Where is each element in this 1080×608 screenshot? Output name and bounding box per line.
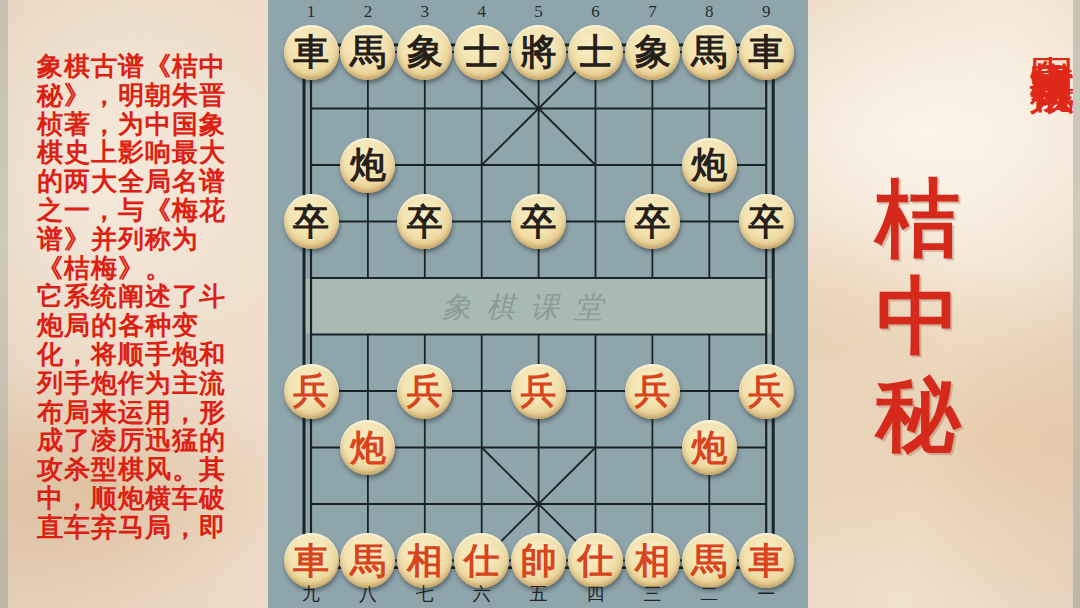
piece-black-象[interactable]: 象 xyxy=(625,25,680,80)
file-label-top: 3 xyxy=(409,2,441,22)
piece-black-將[interactable]: 將 xyxy=(511,25,566,80)
file-label-top: 8 xyxy=(693,2,725,22)
piece-red-兵[interactable]: 兵 xyxy=(511,364,566,419)
piece-red-仕[interactable]: 仕 xyxy=(454,533,509,588)
book-title-char: 桔 xyxy=(872,172,964,266)
description-line: 之一，与《梅花 xyxy=(37,197,252,226)
piece-red-仕[interactable]: 仕 xyxy=(568,533,623,588)
video-frame: { "game": "xiangqi", "position": { "fen"… xyxy=(0,0,1080,608)
file-label-top: 5 xyxy=(523,2,555,22)
file-label-bottom: 二 xyxy=(693,583,725,605)
piece-black-卒[interactable]: 卒 xyxy=(625,194,680,249)
description-line: 布局来运用，形 xyxy=(37,399,252,428)
description-line: 《桔梅》。 xyxy=(37,255,252,284)
file-label-bottom: 四 xyxy=(580,583,612,605)
description-line: 成了凌厉迅猛的 xyxy=(37,427,252,456)
file-label-bottom: 六 xyxy=(466,583,498,605)
description-line: 攻杀型棋风。其 xyxy=(37,456,252,485)
file-label-top: 4 xyxy=(466,2,498,22)
piece-red-兵[interactable]: 兵 xyxy=(739,364,794,419)
manual-description-text: 象棋古谱《桔中秘》，明朝朱晋桢著，为中国象棋史上影响最大的两大全局名谱之一，与《… xyxy=(37,53,252,543)
description-line: 谱》并列称为 xyxy=(37,226,252,255)
file-label-bottom: 八 xyxy=(352,583,384,605)
piece-red-帥[interactable]: 帥 xyxy=(511,533,566,588)
file-label-bottom: 三 xyxy=(636,583,668,605)
file-label-top: 9 xyxy=(750,2,782,22)
piece-red-兵[interactable]: 兵 xyxy=(397,364,452,419)
watermark-text: 象棋课堂 xyxy=(260,288,800,328)
right-title-panel: 中国象棋古谱视频 桔中秘 xyxy=(808,0,1080,608)
piece-red-相[interactable]: 相 xyxy=(397,533,452,588)
piece-black-炮[interactable]: 炮 xyxy=(682,138,737,193)
book-title-char: 秘 xyxy=(872,368,964,462)
description-line: 秘》，明朝朱晋 xyxy=(37,82,252,111)
file-label-top: 7 xyxy=(636,2,668,22)
piece-black-士[interactable]: 士 xyxy=(454,25,509,80)
piece-red-炮[interactable]: 炮 xyxy=(682,420,737,475)
description-line: 桢著，为中国象 xyxy=(37,111,252,140)
piece-black-炮[interactable]: 炮 xyxy=(340,138,395,193)
description-line: 列手炮作为主流 xyxy=(37,370,252,399)
description-line: 的两大全局名谱 xyxy=(37,168,252,197)
file-label-top: 6 xyxy=(580,2,612,22)
file-label-bottom: 七 xyxy=(409,583,441,605)
piece-black-馬[interactable]: 馬 xyxy=(682,25,737,80)
file-label-bottom: 五 xyxy=(523,583,555,605)
description-line: 化，将顺手炮和 xyxy=(37,341,252,370)
piece-black-車[interactable]: 車 xyxy=(284,25,339,80)
piece-black-卒[interactable]: 卒 xyxy=(397,194,452,249)
file-label-bottom: 九 xyxy=(295,583,327,605)
file-label-top: 1 xyxy=(295,2,327,22)
book-title-char: 中 xyxy=(872,270,964,364)
description-line: 棋史上影响最大 xyxy=(37,139,252,168)
piece-black-象[interactable]: 象 xyxy=(397,25,452,80)
piece-black-卒[interactable]: 卒 xyxy=(739,194,794,249)
piece-red-兵[interactable]: 兵 xyxy=(284,364,339,419)
piece-red-馬[interactable]: 馬 xyxy=(682,533,737,588)
piece-red-車[interactable]: 車 xyxy=(739,533,794,588)
series-caption-vertical: 中国象棋古谱视频 xyxy=(1022,20,1080,420)
description-line: 它系统阐述了斗 xyxy=(37,283,252,312)
piece-black-卒[interactable]: 卒 xyxy=(284,194,339,249)
description-line: 直车弃马局，即 xyxy=(37,514,252,543)
piece-black-馬[interactable]: 馬 xyxy=(340,25,395,80)
left-description-panel: 象棋古谱《桔中秘》，明朝朱晋桢著，为中国象棋史上影响最大的两大全局名谱之一，与《… xyxy=(0,0,268,608)
piece-red-相[interactable]: 相 xyxy=(625,533,680,588)
piece-black-車[interactable]: 車 xyxy=(739,25,794,80)
piece-red-車[interactable]: 車 xyxy=(284,533,339,588)
description-line: 象棋古谱《桔中 xyxy=(37,53,252,82)
description-line: 炮局的各种变 xyxy=(37,312,252,341)
file-label-bottom: 一 xyxy=(750,583,782,605)
piece-black-卒[interactable]: 卒 xyxy=(511,194,566,249)
description-line: 中，顺炮横车破 xyxy=(37,485,252,514)
file-label-top: 2 xyxy=(352,2,384,22)
piece-black-士[interactable]: 士 xyxy=(568,25,623,80)
piece-red-兵[interactable]: 兵 xyxy=(625,364,680,419)
xiangqi-board[interactable]: 123456789 象棋课堂 車馬象士將士象馬車炮炮卒卒卒卒卒兵兵兵兵兵炮炮車馬… xyxy=(268,0,808,608)
